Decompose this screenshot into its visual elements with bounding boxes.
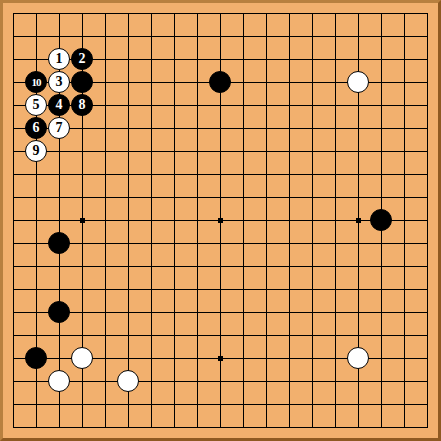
stone-white[interactable]: [71, 347, 93, 369]
stone-black-move-4[interactable]: 4: [48, 94, 70, 116]
stone-black[interactable]: [71, 71, 93, 93]
stone-black[interactable]: [48, 301, 70, 323]
stone-label: 4: [56, 98, 63, 112]
go-board-grid: 12345678910: [2, 2, 439, 439]
stone-white-move-1[interactable]: 1: [48, 48, 70, 70]
stone-label: 1: [56, 52, 63, 66]
stone-white-move-3[interactable]: 3: [48, 71, 70, 93]
stone-black[interactable]: [48, 232, 70, 254]
stone-label: 3: [56, 75, 63, 89]
stone-black[interactable]: [25, 347, 47, 369]
stone-label: 6: [33, 121, 40, 135]
go-diagram: 12345678910: [0, 0, 441, 441]
star-point: [356, 218, 361, 223]
stone-black[interactable]: [370, 209, 392, 231]
star-point: [218, 218, 223, 223]
stone-white[interactable]: [347, 347, 369, 369]
stone-label: 7: [56, 121, 63, 135]
stone-black[interactable]: [209, 71, 231, 93]
stone-label: 8: [79, 98, 86, 112]
stone-white-move-7[interactable]: 7: [48, 117, 70, 139]
stone-black-move-10[interactable]: 10: [25, 71, 47, 93]
stone-white[interactable]: [347, 71, 369, 93]
star-point: [218, 356, 223, 361]
stone-label: 2: [79, 52, 86, 66]
stone-label: 9: [33, 144, 40, 158]
stone-white[interactable]: [48, 370, 70, 392]
stone-label: 10: [32, 77, 41, 88]
stone-white[interactable]: [117, 370, 139, 392]
stone-white-move-5[interactable]: 5: [25, 94, 47, 116]
star-point: [80, 218, 85, 223]
stone-label: 5: [33, 98, 40, 112]
stone-black-move-8[interactable]: 8: [71, 94, 93, 116]
stone-black-move-2[interactable]: 2: [71, 48, 93, 70]
stone-white-move-9[interactable]: 9: [25, 140, 47, 162]
stone-black-move-6[interactable]: 6: [25, 117, 47, 139]
